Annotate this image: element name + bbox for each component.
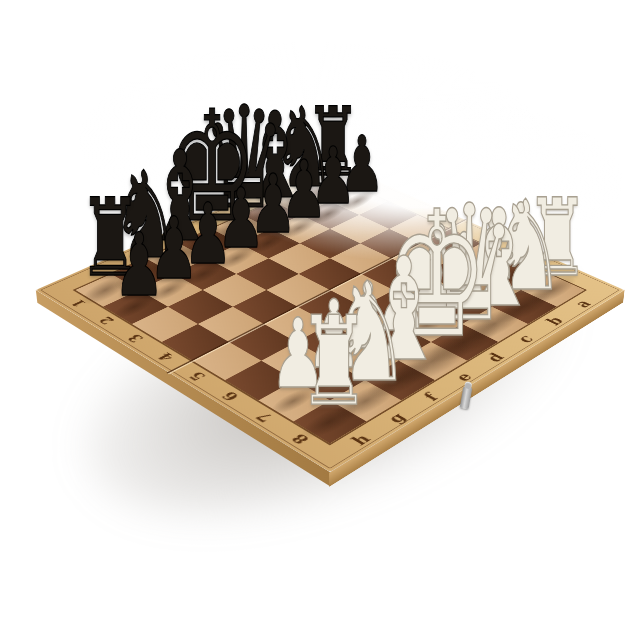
product-photo-stage: 1h2g3f4e5d6c7b8a ♜♟♞♟♝♟♛♟♚♟♝♞♟♟♟♜♜♟♟♟♞♝♟… <box>0 0 644 644</box>
pieces-layer: ♜♟♞♟♝♟♛♟♚♟♝♞♟♟♟♜♜♟♟♟♞♝♟♛♟♚♟♝♟♞♟♜ <box>0 0 644 644</box>
white-rook-h8: ♜ <box>298 301 371 424</box>
metal-clasp <box>460 386 473 409</box>
black-pawn-h2: ♟ <box>113 221 164 308</box>
